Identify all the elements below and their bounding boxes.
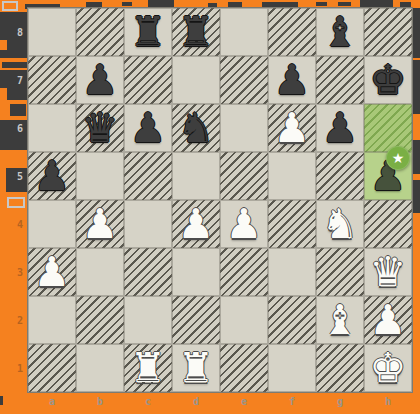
square-b4[interactable]: ♟ bbox=[76, 200, 124, 248]
white-rook[interactable]: ♜ bbox=[124, 344, 172, 392]
square-h2[interactable]: ♟ bbox=[364, 296, 412, 344]
square-g1[interactable] bbox=[316, 344, 364, 392]
square-c5[interactable] bbox=[124, 152, 172, 200]
square-a3[interactable]: ♟ bbox=[28, 248, 76, 296]
square-f7[interactable]: ♟ bbox=[268, 56, 316, 104]
white-pawn[interactable]: ♟ bbox=[364, 296, 412, 344]
square-g3[interactable] bbox=[316, 248, 364, 296]
square-c1[interactable]: ♜ bbox=[124, 344, 172, 392]
square-d1[interactable]: ♜ bbox=[172, 344, 220, 392]
square-f4[interactable] bbox=[268, 200, 316, 248]
square-e2[interactable] bbox=[220, 296, 268, 344]
square-c2[interactable] bbox=[124, 296, 172, 344]
square-g4[interactable]: ♞ bbox=[316, 200, 364, 248]
square-f3[interactable] bbox=[268, 248, 316, 296]
square-f2[interactable] bbox=[268, 296, 316, 344]
white-rook[interactable]: ♜ bbox=[172, 344, 220, 392]
frame-decoration bbox=[208, 3, 217, 7]
rank-label-5: 5 bbox=[0, 152, 28, 200]
square-g2[interactable]: ♝ bbox=[316, 296, 364, 344]
frame-decoration bbox=[413, 60, 420, 114]
square-e7[interactable] bbox=[220, 56, 268, 104]
square-h4[interactable] bbox=[364, 200, 412, 248]
square-h1[interactable]: ♚ bbox=[364, 344, 412, 392]
square-g5[interactable] bbox=[316, 152, 364, 200]
file-label-h: h bbox=[364, 392, 412, 414]
square-b2[interactable] bbox=[76, 296, 124, 344]
white-pawn[interactable]: ♟ bbox=[76, 200, 124, 248]
rank-label-7: 7 bbox=[0, 56, 28, 104]
square-c3[interactable] bbox=[124, 248, 172, 296]
black-queen[interactable]: ♛ bbox=[76, 104, 124, 152]
white-pawn[interactable]: ♟ bbox=[268, 104, 316, 152]
white-bishop[interactable]: ♝ bbox=[316, 296, 364, 344]
frame-decoration bbox=[148, 0, 174, 7]
square-e8[interactable] bbox=[220, 8, 268, 56]
rank-label-4: 4 bbox=[0, 200, 28, 248]
square-g7[interactable] bbox=[316, 56, 364, 104]
black-pawn[interactable]: ♟ bbox=[268, 56, 316, 104]
square-d3[interactable] bbox=[172, 248, 220, 296]
black-pawn[interactable]: ♟ bbox=[76, 56, 124, 104]
square-b8[interactable] bbox=[76, 8, 124, 56]
black-king[interactable]: ♚ bbox=[364, 56, 412, 104]
square-g8[interactable]: ♝ bbox=[316, 8, 364, 56]
square-a4[interactable] bbox=[28, 200, 76, 248]
chess-board: ♜♜♝♟♟♚♛♟♞♟♟♟♟★♟♟♟♞♟♛♝♟♜♜♚ bbox=[28, 8, 412, 392]
square-f5[interactable] bbox=[268, 152, 316, 200]
square-b7[interactable]: ♟ bbox=[76, 56, 124, 104]
square-h3[interactable]: ♛ bbox=[364, 248, 412, 296]
rank-label-3: 3 bbox=[0, 248, 28, 296]
black-bishop[interactable]: ♝ bbox=[316, 8, 364, 56]
square-d8[interactable]: ♜ bbox=[172, 8, 220, 56]
square-g6[interactable]: ♟ bbox=[316, 104, 364, 152]
star-icon: ★ bbox=[392, 151, 405, 165]
chess-app-window: ♜♜♝♟♟♚♛♟♞♟♟♟♟★♟♟♟♞♟♛♝♟♜♜♚ 87654321 abcde… bbox=[0, 0, 420, 414]
white-pawn[interactable]: ♟ bbox=[220, 200, 268, 248]
white-knight[interactable]: ♞ bbox=[316, 200, 364, 248]
square-f1[interactable] bbox=[268, 344, 316, 392]
square-b5[interactable] bbox=[76, 152, 124, 200]
rank-label-6: 6 bbox=[0, 104, 28, 152]
square-h7[interactable]: ♚ bbox=[364, 56, 412, 104]
square-c7[interactable] bbox=[124, 56, 172, 104]
file-label-g: g bbox=[316, 392, 364, 414]
square-h5[interactable]: ♟★ bbox=[364, 152, 412, 200]
file-coordinates: abcdefgh bbox=[28, 392, 412, 414]
square-a2[interactable] bbox=[28, 296, 76, 344]
frame-decoration bbox=[0, 396, 3, 405]
file-label-e: e bbox=[220, 392, 268, 414]
frame-decoration bbox=[86, 2, 102, 7]
frame-decoration bbox=[360, 0, 393, 8]
best-move-badge: ★ bbox=[386, 146, 410, 170]
square-b3[interactable] bbox=[76, 248, 124, 296]
frame-decoration bbox=[338, 2, 351, 6]
square-e6[interactable] bbox=[220, 104, 268, 152]
square-e4[interactable]: ♟ bbox=[220, 200, 268, 248]
square-e3[interactable] bbox=[220, 248, 268, 296]
square-a1[interactable] bbox=[28, 344, 76, 392]
square-e5[interactable] bbox=[220, 152, 268, 200]
square-h6[interactable] bbox=[364, 104, 412, 152]
square-f8[interactable] bbox=[268, 8, 316, 56]
black-knight[interactable]: ♞ bbox=[172, 104, 220, 152]
square-a5[interactable]: ♟ bbox=[28, 152, 76, 200]
square-b6[interactable]: ♛ bbox=[76, 104, 124, 152]
white-queen[interactable]: ♛ bbox=[364, 248, 412, 296]
white-king[interactable]: ♚ bbox=[364, 344, 412, 392]
frame-decoration bbox=[400, 2, 411, 7]
square-f6[interactable]: ♟ bbox=[268, 104, 316, 152]
rank-label-8: 8 bbox=[0, 8, 28, 56]
black-pawn[interactable]: ♟ bbox=[124, 104, 172, 152]
black-pawn[interactable]: ♟ bbox=[28, 152, 76, 200]
rank-label-1: 1 bbox=[0, 344, 28, 392]
square-d6[interactable]: ♞ bbox=[172, 104, 220, 152]
frame-decoration bbox=[412, 8, 420, 58]
white-pawn[interactable]: ♟ bbox=[172, 200, 220, 248]
file-label-a: a bbox=[28, 392, 76, 414]
square-b1[interactable] bbox=[76, 344, 124, 392]
file-label-b: b bbox=[76, 392, 124, 414]
rank-label-2: 2 bbox=[0, 296, 28, 344]
square-e1[interactable] bbox=[220, 344, 268, 392]
square-h8[interactable] bbox=[364, 8, 412, 56]
square-d2[interactable] bbox=[172, 296, 220, 344]
frame-decoration bbox=[122, 2, 132, 6]
frame-decoration bbox=[316, 2, 327, 6]
frame-decoration bbox=[412, 140, 420, 174]
square-a6[interactable] bbox=[28, 104, 76, 152]
black-rook[interactable]: ♜ bbox=[124, 8, 172, 56]
square-c4[interactable] bbox=[124, 200, 172, 248]
white-pawn[interactable]: ♟ bbox=[28, 248, 76, 296]
file-label-d: d bbox=[172, 392, 220, 414]
file-label-c: c bbox=[124, 392, 172, 414]
square-c8[interactable]: ♜ bbox=[124, 8, 172, 56]
frame-decoration bbox=[412, 180, 420, 213]
file-label-f: f bbox=[268, 392, 316, 414]
square-d4[interactable]: ♟ bbox=[172, 200, 220, 248]
square-a8[interactable] bbox=[28, 8, 76, 56]
frame-decoration bbox=[228, 2, 242, 7]
black-pawn[interactable]: ♟ bbox=[316, 104, 364, 152]
rank-coordinates: 87654321 bbox=[0, 8, 28, 392]
square-d5[interactable] bbox=[172, 152, 220, 200]
square-d7[interactable] bbox=[172, 56, 220, 104]
square-a7[interactable] bbox=[28, 56, 76, 104]
black-rook[interactable]: ♜ bbox=[172, 8, 220, 56]
square-c6[interactable]: ♟ bbox=[124, 104, 172, 152]
